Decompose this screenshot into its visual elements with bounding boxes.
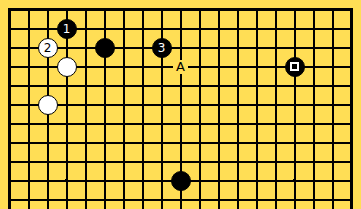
intersection-k11[interactable] (171, 152, 190, 171)
intersection-m12[interactable] (209, 133, 228, 152)
intersection-c14[interactable] (38, 95, 57, 114)
intersection-k10[interactable] (171, 171, 190, 190)
intersection-r12[interactable] (304, 133, 323, 152)
intersection-g19[interactable] (114, 0, 133, 19)
intersection-k13[interactable] (171, 114, 190, 133)
intersection-q11[interactable] (285, 152, 304, 171)
intersection-s16[interactable] (323, 57, 342, 76)
intersection-s13[interactable] (323, 114, 342, 133)
intersection-q12[interactable] (285, 133, 304, 152)
intersection-g17[interactable] (114, 38, 133, 57)
intersection-s15[interactable] (323, 76, 342, 95)
white-stone (38, 95, 58, 115)
intersection-b9[interactable] (19, 190, 38, 209)
intersection-f13[interactable] (95, 114, 114, 133)
intersection-h15[interactable] (133, 76, 152, 95)
intersection-c19[interactable] (38, 0, 57, 19)
intersection-d15[interactable] (57, 76, 76, 95)
intersection-r15[interactable] (304, 76, 323, 95)
intersection-g14[interactable] (114, 95, 133, 114)
intersection-f18[interactable] (95, 19, 114, 38)
intersection-m14[interactable] (209, 95, 228, 114)
intersection-t14[interactable] (342, 95, 361, 114)
intersection-o14[interactable] (247, 95, 266, 114)
intersection-m16[interactable] (209, 57, 228, 76)
intersection-f15[interactable] (95, 76, 114, 95)
intersection-h14[interactable] (133, 95, 152, 114)
intersection-g15[interactable] (114, 76, 133, 95)
intersection-b15[interactable] (19, 76, 38, 95)
star-point (65, 179, 68, 182)
intersection-a15[interactable] (0, 76, 19, 95)
intersection-p16[interactable] (266, 57, 285, 76)
intersection-j11[interactable] (152, 152, 171, 171)
intersection-l13[interactable] (190, 114, 209, 133)
intersection-n12[interactable] (228, 133, 247, 152)
intersection-f14[interactable] (95, 95, 114, 114)
go-board: 123A (0, 0, 361, 209)
intersection-l15[interactable] (190, 76, 209, 95)
intersection-o16[interactable] (247, 57, 266, 76)
intersection-b13[interactable] (19, 114, 38, 133)
intersection-r11[interactable] (304, 152, 323, 171)
intersection-n11[interactable] (228, 152, 247, 171)
intersection-r16[interactable] (304, 57, 323, 76)
black-stone (285, 57, 305, 77)
intersection-f16[interactable] (95, 57, 114, 76)
intersection-p11[interactable] (266, 152, 285, 171)
intersection-t11[interactable] (342, 152, 361, 171)
move-number-label: 3 (158, 42, 166, 54)
intersection-r13[interactable] (304, 114, 323, 133)
intersection-o10[interactable] (247, 171, 266, 190)
intersection-g18[interactable] (114, 19, 133, 38)
intersection-q19[interactable] (285, 0, 304, 19)
intersection-d13[interactable] (57, 114, 76, 133)
intersection-n17[interactable] (228, 38, 247, 57)
intersection-a9[interactable] (0, 190, 19, 209)
intersection-p17[interactable] (266, 38, 285, 57)
black-stone (171, 171, 191, 191)
intersection-n10[interactable] (228, 171, 247, 190)
intersection-e11[interactable] (76, 152, 95, 171)
intersection-d12[interactable] (57, 133, 76, 152)
intersection-g11[interactable] (114, 152, 133, 171)
intersection-d14[interactable] (57, 95, 76, 114)
intersection-p13[interactable] (266, 114, 285, 133)
intersection-k16[interactable]: A (171, 57, 190, 76)
intersection-e12[interactable] (76, 133, 95, 152)
intersection-p10[interactable] (266, 171, 285, 190)
intersection-g9[interactable] (114, 190, 133, 209)
intersection-e14[interactable] (76, 95, 95, 114)
intersection-m13[interactable] (209, 114, 228, 133)
intersection-l14[interactable] (190, 95, 209, 114)
intersection-k14[interactable] (171, 95, 190, 114)
intersection-e19[interactable] (76, 0, 95, 19)
intersection-r17[interactable] (304, 38, 323, 57)
intersection-c9[interactable] (38, 190, 57, 209)
intersection-g12[interactable] (114, 133, 133, 152)
intersection-e10[interactable] (76, 171, 95, 190)
intersection-o17[interactable] (247, 38, 266, 57)
intersection-l11[interactable] (190, 152, 209, 171)
intersection-h11[interactable] (133, 152, 152, 171)
intersection-r19[interactable] (304, 0, 323, 19)
point-label-a: A (173, 60, 188, 74)
intersection-o13[interactable] (247, 114, 266, 133)
intersection-a17[interactable] (0, 38, 19, 57)
intersection-t10[interactable] (342, 171, 361, 190)
intersection-k15[interactable] (171, 76, 190, 95)
intersection-c12[interactable] (38, 133, 57, 152)
intersection-o18[interactable] (247, 19, 266, 38)
intersection-g16[interactable] (114, 57, 133, 76)
intersection-o11[interactable] (247, 152, 266, 171)
intersection-j19[interactable] (152, 0, 171, 19)
intersection-s10[interactable] (323, 171, 342, 190)
intersection-m15[interactable] (209, 76, 228, 95)
intersection-a12[interactable] (0, 133, 19, 152)
intersection-c10[interactable] (38, 171, 57, 190)
intersection-h17[interactable] (133, 38, 152, 57)
intersection-j17[interactable]: 3 (152, 38, 171, 57)
intersection-n13[interactable] (228, 114, 247, 133)
intersection-e9[interactable] (76, 190, 95, 209)
intersection-h16[interactable] (133, 57, 152, 76)
intersection-h9[interactable] (133, 190, 152, 209)
intersection-s17[interactable] (323, 38, 342, 57)
intersection-m10[interactable] (209, 171, 228, 190)
intersection-p9[interactable] (266, 190, 285, 209)
intersection-q10[interactable] (285, 171, 304, 190)
intersection-f19[interactable] (95, 0, 114, 19)
star-point (293, 179, 296, 182)
intersection-g10[interactable] (114, 171, 133, 190)
intersection-t12[interactable] (342, 133, 361, 152)
intersection-s11[interactable] (323, 152, 342, 171)
intersection-j10[interactable] (152, 171, 171, 190)
intersection-n18[interactable] (228, 19, 247, 38)
intersection-j16[interactable] (152, 57, 171, 76)
intersection-r9[interactable] (304, 190, 323, 209)
intersection-d10[interactable] (57, 171, 76, 190)
intersection-l12[interactable] (190, 133, 209, 152)
intersection-d11[interactable] (57, 152, 76, 171)
intersection-k18[interactable] (171, 19, 190, 38)
intersection-q18[interactable] (285, 19, 304, 38)
intersection-j12[interactable] (152, 133, 171, 152)
intersection-n9[interactable] (228, 190, 247, 209)
intersection-q13[interactable] (285, 114, 304, 133)
intersection-a13[interactable] (0, 114, 19, 133)
intersection-c13[interactable] (38, 114, 57, 133)
intersection-j14[interactable] (152, 95, 171, 114)
intersection-d9[interactable] (57, 190, 76, 209)
intersection-q16[interactable] (285, 57, 304, 76)
intersection-t19[interactable] (342, 0, 361, 19)
intersection-c15[interactable] (38, 76, 57, 95)
intersection-q17[interactable] (285, 38, 304, 57)
intersection-c11[interactable] (38, 152, 57, 171)
intersection-b10[interactable] (19, 171, 38, 190)
intersection-e17[interactable] (76, 38, 95, 57)
intersection-m9[interactable] (209, 190, 228, 209)
intersection-q14[interactable] (285, 95, 304, 114)
intersection-h12[interactable] (133, 133, 152, 152)
intersection-a18[interactable] (0, 19, 19, 38)
intersection-p14[interactable] (266, 95, 285, 114)
move-number-label: 2 (44, 42, 52, 54)
intersection-t9[interactable] (342, 190, 361, 209)
intersection-m19[interactable] (209, 0, 228, 19)
intersection-d19[interactable] (57, 0, 76, 19)
intersection-e18[interactable] (76, 19, 95, 38)
intersection-s12[interactable] (323, 133, 342, 152)
intersection-l17[interactable] (190, 38, 209, 57)
intersection-j9[interactable] (152, 190, 171, 209)
intersection-c17[interactable]: 2 (38, 38, 57, 57)
intersection-o15[interactable] (247, 76, 266, 95)
intersection-m17[interactable] (209, 38, 228, 57)
intersection-b19[interactable] (19, 0, 38, 19)
intersection-j18[interactable] (152, 19, 171, 38)
intersection-l18[interactable] (190, 19, 209, 38)
intersection-s14[interactable] (323, 95, 342, 114)
intersection-t17[interactable] (342, 38, 361, 57)
white-stone: 2 (38, 38, 58, 58)
intersection-a19[interactable] (0, 0, 19, 19)
square-marker-icon (290, 62, 299, 71)
intersection-h13[interactable] (133, 114, 152, 133)
intersection-m11[interactable] (209, 152, 228, 171)
intersection-c18[interactable] (38, 19, 57, 38)
intersection-p19[interactable] (266, 0, 285, 19)
intersection-k9[interactable] (171, 190, 190, 209)
intersection-d16[interactable] (57, 57, 76, 76)
intersection-j15[interactable] (152, 76, 171, 95)
intersection-m18[interactable] (209, 19, 228, 38)
black-stone: 3 (152, 38, 172, 58)
intersection-e15[interactable] (76, 76, 95, 95)
intersection-n15[interactable] (228, 76, 247, 95)
intersection-f10[interactable] (95, 171, 114, 190)
intersection-n19[interactable] (228, 0, 247, 19)
intersection-d18[interactable]: 1 (57, 19, 76, 38)
intersection-a14[interactable] (0, 95, 19, 114)
intersection-a10[interactable] (0, 171, 19, 190)
move-number-label: 1 (63, 23, 71, 35)
intersection-l19[interactable] (190, 0, 209, 19)
white-stone (57, 57, 77, 77)
intersection-h10[interactable] (133, 171, 152, 190)
intersection-a11[interactable] (0, 152, 19, 171)
intersection-r14[interactable] (304, 95, 323, 114)
intersection-b11[interactable] (19, 152, 38, 171)
intersection-l10[interactable] (190, 171, 209, 190)
intersection-t16[interactable] (342, 57, 361, 76)
intersection-j13[interactable] (152, 114, 171, 133)
intersection-b14[interactable] (19, 95, 38, 114)
intersection-t15[interactable] (342, 76, 361, 95)
intersection-f11[interactable] (95, 152, 114, 171)
intersection-b18[interactable] (19, 19, 38, 38)
intersection-n14[interactable] (228, 95, 247, 114)
intersection-k17[interactable] (171, 38, 190, 57)
intersection-r10[interactable] (304, 171, 323, 190)
intersection-q9[interactable] (285, 190, 304, 209)
intersection-k19[interactable] (171, 0, 190, 19)
intersection-s19[interactable] (323, 0, 342, 19)
intersection-s18[interactable] (323, 19, 342, 38)
intersection-g13[interactable] (114, 114, 133, 133)
intersection-l9[interactable] (190, 190, 209, 209)
intersection-f12[interactable] (95, 133, 114, 152)
intersection-t13[interactable] (342, 114, 361, 133)
intersection-f17[interactable] (95, 38, 114, 57)
intersection-t18[interactable] (342, 19, 361, 38)
intersection-b16[interactable] (19, 57, 38, 76)
intersection-b12[interactable] (19, 133, 38, 152)
intersection-e16[interactable] (76, 57, 95, 76)
intersection-o19[interactable] (247, 0, 266, 19)
intersection-a16[interactable] (0, 57, 19, 76)
intersection-q15[interactable] (285, 76, 304, 95)
intersection-f9[interactable] (95, 190, 114, 209)
intersection-b17[interactable] (19, 38, 38, 57)
intersection-k12[interactable] (171, 133, 190, 152)
intersection-p15[interactable] (266, 76, 285, 95)
intersection-o12[interactable] (247, 133, 266, 152)
intersection-o9[interactable] (247, 190, 266, 209)
intersection-s9[interactable] (323, 190, 342, 209)
intersection-e13[interactable] (76, 114, 95, 133)
intersection-r18[interactable] (304, 19, 323, 38)
intersection-p12[interactable] (266, 133, 285, 152)
intersection-d17[interactable] (57, 38, 76, 57)
black-stone (95, 38, 115, 58)
intersection-c16[interactable] (38, 57, 57, 76)
go-board-grid: 123A (0, 0, 361, 209)
intersection-l16[interactable] (190, 57, 209, 76)
intersection-h19[interactable] (133, 0, 152, 19)
intersection-h18[interactable] (133, 19, 152, 38)
black-stone: 1 (57, 19, 77, 39)
intersection-p18[interactable] (266, 19, 285, 38)
intersection-n16[interactable] (228, 57, 247, 76)
